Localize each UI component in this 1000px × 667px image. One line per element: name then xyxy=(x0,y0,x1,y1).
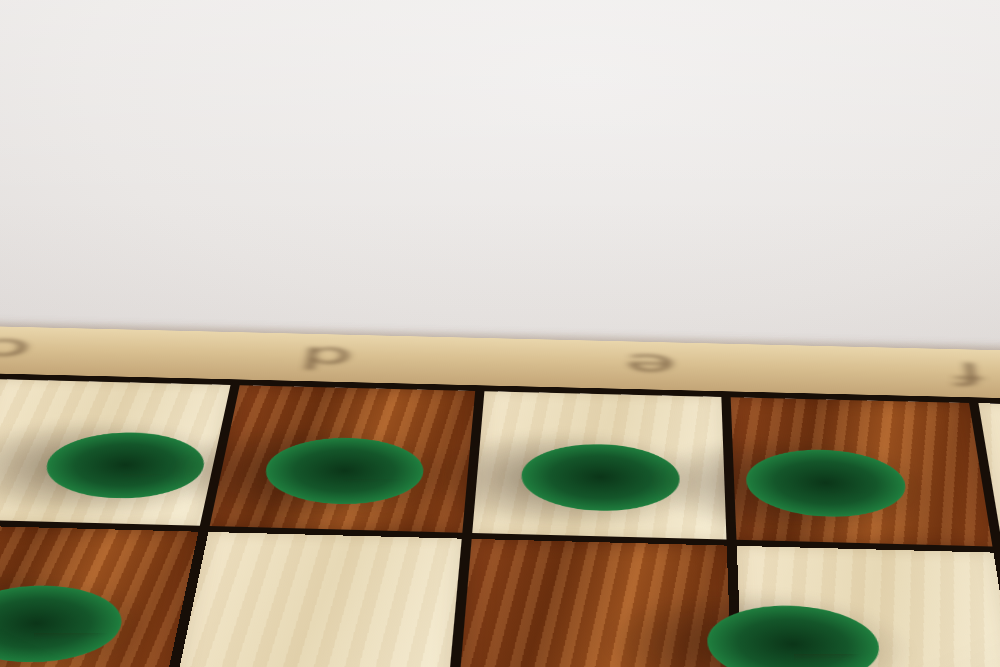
perspective-scene: bcdefg ♝♛♚✚♝♟♟ xyxy=(0,0,1000,667)
chess-board: bcdefg ♝♛♚✚♝♟♟ xyxy=(0,316,1000,667)
rail-mark: f xyxy=(952,355,987,391)
square-f7[interactable]: ♟ xyxy=(737,546,1000,667)
square-c7[interactable]: ♟ xyxy=(0,525,199,667)
piece-glyph: ♟ xyxy=(0,374,135,640)
piece-glyph: ♚✚ xyxy=(472,63,728,492)
piece-glyph: ♛ xyxy=(223,125,463,486)
king-cross-icon: ✚ xyxy=(549,48,653,180)
photo-stage: bcdefg ♝♛♚✚♝♟♟ xyxy=(0,0,1000,667)
crown-ball-icon xyxy=(396,178,451,231)
queen-crown-balls xyxy=(247,132,440,231)
board-grid: ♝♛♚✚♝♟♟ xyxy=(0,367,1000,667)
square-d8[interactable]: ♛ xyxy=(210,385,475,532)
square-d7[interactable] xyxy=(173,532,461,667)
piece-glyph: ♟ xyxy=(704,424,884,661)
